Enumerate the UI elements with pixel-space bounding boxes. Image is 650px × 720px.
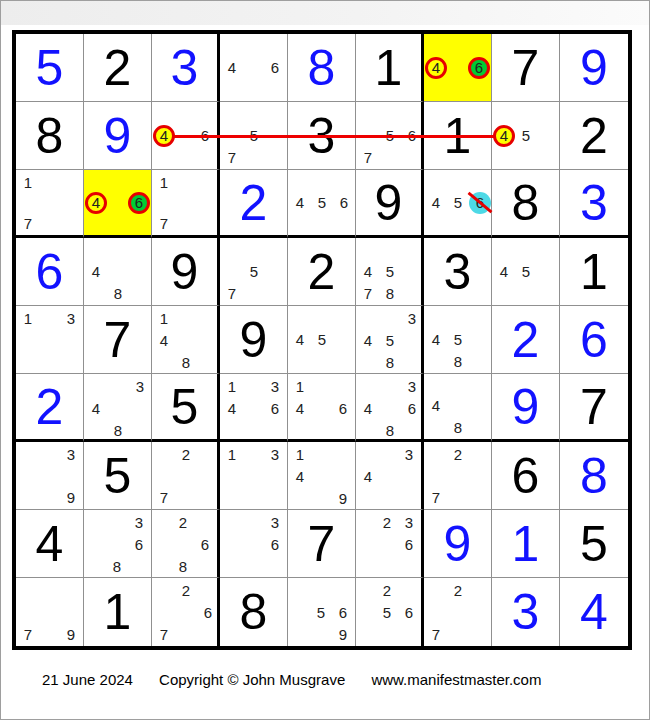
cell-r3c6[interactable]: 9	[356, 170, 424, 238]
cell-r4c6[interactable]: 4578	[356, 238, 424, 306]
candidates: 17	[153, 171, 216, 234]
candidates: 57	[221, 239, 286, 304]
cell-r9c1[interactable]: 79	[16, 578, 84, 646]
solved-digit: 9	[84, 102, 151, 169]
cell-r8c6[interactable]: 236	[356, 510, 424, 578]
candidate-7: 7	[17, 212, 39, 234]
candidate-9: 9	[60, 623, 82, 645]
candidates: 456	[289, 171, 354, 234]
cell-r3c9[interactable]: 3	[560, 170, 628, 238]
candidate-4-circle-yellow: 4	[493, 125, 515, 147]
candidate-6-circle-green: 6	[468, 57, 490, 79]
candidate-4: 4	[289, 397, 311, 419]
cell-r8c8[interactable]: 1	[492, 510, 560, 578]
candidate-5: 5	[515, 125, 537, 147]
solved-digit: 6	[560, 306, 628, 373]
cell-r5c2[interactable]: 7	[84, 306, 152, 374]
candidates: 146	[289, 375, 354, 438]
candidates: 45	[289, 307, 354, 372]
candidate-5: 5	[311, 192, 333, 214]
candidates: 39	[17, 443, 82, 508]
candidate-4: 4	[85, 397, 107, 419]
candidate-9: 9	[332, 487, 354, 509]
candidate-8: 8	[107, 282, 129, 304]
candidates: 3458	[357, 307, 420, 372]
cell-r5c5[interactable]: 45	[288, 306, 356, 374]
cell-r3c8[interactable]: 8	[492, 170, 560, 238]
cell-r4c1[interactable]: 6	[16, 238, 84, 306]
candidates: 148	[153, 307, 216, 372]
cell-r4c2[interactable]: 48	[84, 238, 152, 306]
solved-digit: 3	[492, 578, 559, 646]
given-digit: 9	[356, 170, 421, 235]
cell-r6c7[interactable]: 48	[424, 374, 492, 442]
candidate-4: 4	[357, 397, 379, 419]
cell-r6c8[interactable]: 9	[492, 374, 560, 442]
candidate-6: 6	[264, 533, 286, 555]
solved-digit: 9	[492, 374, 559, 439]
candidate-7: 7	[153, 212, 175, 234]
given-digit: 7	[288, 510, 355, 577]
given-digit: 9	[220, 306, 287, 373]
cell-r1c8[interactable]: 7	[492, 34, 560, 102]
candidate-1: 1	[221, 443, 243, 465]
cell-r8c5[interactable]: 7	[288, 510, 356, 578]
candidate-5: 5	[379, 329, 401, 351]
candidate-6-circle-green: 6	[128, 192, 150, 214]
candidate-4-circle-yellow: 4	[425, 57, 447, 79]
cell-r6c9[interactable]: 7	[560, 374, 628, 442]
cell-r7c9[interactable]: 8	[560, 442, 628, 510]
candidate-4: 4	[289, 329, 311, 351]
given-digit: 1	[84, 578, 151, 646]
candidate-8: 8	[379, 419, 401, 441]
candidates: 3468	[357, 375, 420, 438]
candidates: 27	[425, 579, 490, 645]
cell-r5c3[interactable]: 148	[152, 306, 220, 374]
cell-r9c4[interactable]: 8	[220, 578, 288, 646]
cell-r1c9[interactable]: 9	[560, 34, 628, 102]
candidate-4: 4	[289, 465, 311, 487]
sudoku-board-inner: 5234681467989465735671452174617245694568…	[16, 34, 628, 646]
candidates: 48	[85, 239, 150, 304]
given-digit: 6	[492, 442, 559, 509]
candidate-6: 6	[332, 601, 354, 623]
candidates: 458	[425, 307, 490, 372]
cell-r9c9[interactable]: 4	[560, 578, 628, 646]
given-digit: 2	[288, 238, 355, 305]
cell-r2c1[interactable]: 8	[16, 102, 84, 170]
candidate-5: 5	[243, 260, 265, 282]
given-digit: 1	[560, 238, 628, 305]
candidate-9: 9	[60, 486, 82, 508]
cell-r9c7[interactable]: 27	[424, 578, 492, 646]
candidate-3: 3	[128, 511, 150, 533]
candidates: 1346	[221, 375, 286, 438]
given-digit: 7	[492, 34, 559, 101]
candidates: 4578	[357, 239, 420, 304]
cell-r5c4[interactable]: 9	[220, 306, 288, 374]
cell-r5c1[interactable]: 13	[16, 306, 84, 374]
candidate-4: 4	[493, 261, 515, 283]
solved-digit: 8	[288, 34, 355, 101]
cell-r2c2[interactable]: 9	[84, 102, 152, 170]
given-digit: 5	[84, 442, 151, 509]
given-digit: 4	[16, 510, 83, 577]
cell-r1c1[interactable]: 5	[16, 34, 84, 102]
candidate-5: 5	[376, 601, 398, 623]
given-digit: 9	[152, 238, 217, 305]
candidate-4: 4	[85, 260, 107, 282]
candidate-4: 4	[153, 329, 175, 351]
candidate-4: 4	[357, 329, 379, 351]
candidate-8: 8	[379, 351, 401, 373]
candidates: 456	[425, 171, 490, 234]
candidates: 368	[85, 511, 150, 576]
candidate-4-circle-yellow: 4	[153, 125, 175, 147]
candidates: 17	[17, 171, 82, 234]
cell-r1c2[interactable]: 2	[84, 34, 152, 102]
solved-digit: 2	[492, 306, 559, 373]
candidate-6-circle-cyan-strike: 6	[469, 192, 491, 214]
candidate-3: 3	[401, 307, 423, 329]
candidate-8: 8	[447, 350, 469, 372]
candidate-3: 3	[60, 443, 82, 465]
candidate-2: 2	[447, 443, 469, 465]
candidates: 236	[357, 511, 420, 576]
candidate-1: 1	[153, 307, 175, 329]
candidate-3: 3	[264, 511, 286, 533]
candidate-4: 4	[425, 394, 447, 416]
cell-r6c4[interactable]: 1346	[220, 374, 288, 442]
solved-digit: 1	[492, 510, 559, 577]
candidates: 45	[493, 239, 558, 304]
candidate-4: 4	[425, 192, 447, 214]
chain-link-line	[164, 135, 504, 138]
cell-r7c2[interactable]: 5	[84, 442, 152, 510]
candidate-1: 1	[289, 375, 311, 397]
cell-r6c3[interactable]: 5	[152, 374, 220, 442]
candidates: 348	[85, 375, 150, 438]
candidates: 149	[289, 443, 354, 508]
cell-r9c5[interactable]: 569	[288, 578, 356, 646]
candidates: 13	[221, 443, 286, 508]
candidate-6: 6	[333, 192, 355, 214]
candidate-5: 5	[310, 601, 332, 623]
cell-r5c9[interactable]: 6	[560, 306, 628, 374]
cell-r1c6[interactable]: 1	[356, 34, 424, 102]
footer-date: 21 June 2024	[42, 671, 133, 688]
candidate-3: 3	[60, 307, 82, 329]
cell-r7c5[interactable]: 149	[288, 442, 356, 510]
footer: 21 June 2024 Copyright © John Musgrave w…	[42, 671, 541, 688]
candidate-7: 7	[221, 282, 243, 304]
candidate-4: 4	[221, 57, 243, 79]
cell-r3c7[interactable]: 456	[424, 170, 492, 238]
candidate-6: 6	[264, 397, 286, 419]
cell-r4c9[interactable]: 1	[560, 238, 628, 306]
cell-r7c8[interactable]: 6	[492, 442, 560, 510]
candidate-7: 7	[425, 623, 447, 645]
candidate-8: 8	[447, 416, 469, 438]
given-digit: 2	[84, 34, 151, 101]
cell-r7c4[interactable]: 13	[220, 442, 288, 510]
cell-r8c9[interactable]: 5	[560, 510, 628, 578]
candidate-1: 1	[17, 307, 39, 329]
candidates: 79	[17, 579, 82, 645]
candidate-1: 1	[289, 443, 311, 465]
solved-digit: 8	[560, 442, 628, 509]
candidate-6: 6	[332, 397, 354, 419]
footer-copyright: Copyright © John Musgrave	[159, 671, 345, 688]
candidate-2: 2	[447, 579, 469, 601]
sudoku-board: 5234681467989465735671452174617245694568…	[12, 30, 632, 650]
cell-r7c7[interactable]: 27	[424, 442, 492, 510]
given-digit: 3	[424, 238, 491, 305]
candidate-5: 5	[447, 192, 469, 214]
solved-digit: 2	[220, 170, 287, 235]
candidate-4: 4	[357, 465, 379, 487]
candidates: 34	[357, 443, 420, 508]
candidate-5: 5	[515, 261, 537, 283]
candidates: 46	[425, 35, 490, 100]
cell-r6c1[interactable]: 2	[16, 374, 84, 442]
cell-r9c6[interactable]: 256	[356, 578, 424, 646]
cell-r1c4[interactable]: 46	[220, 34, 288, 102]
solved-digit: 5	[16, 34, 83, 101]
candidate-2: 2	[175, 443, 197, 465]
cell-r5c8[interactable]: 2	[492, 306, 560, 374]
candidate-4: 4	[221, 397, 243, 419]
cell-r3c4[interactable]: 2	[220, 170, 288, 238]
candidate-3: 3	[264, 443, 286, 465]
cell-r3c3[interactable]: 17	[152, 170, 220, 238]
candidate-3: 3	[264, 375, 286, 397]
given-digit: 8	[220, 578, 287, 646]
candidates: 36	[221, 511, 286, 576]
candidate-3: 3	[401, 375, 423, 397]
candidate-1: 1	[17, 171, 39, 193]
candidates: 256	[357, 579, 420, 645]
cell-r3c1[interactable]: 17	[16, 170, 84, 238]
sudoku-grid: 5234681467989465735671452174617245694568…	[16, 34, 628, 646]
candidate-4: 4	[425, 328, 447, 350]
candidate-8: 8	[106, 555, 128, 577]
candidate-3: 3	[398, 511, 420, 533]
candidate-7: 7	[153, 486, 175, 508]
candidate-7: 7	[357, 146, 379, 168]
candidate-7: 7	[425, 486, 447, 508]
cell-r7c6[interactable]: 34	[356, 442, 424, 510]
candidate-4: 4	[289, 192, 311, 214]
candidate-3: 3	[129, 375, 151, 397]
cell-r7c3[interactable]: 27	[152, 442, 220, 510]
solved-digit: 2	[16, 374, 83, 439]
candidates: 45	[493, 103, 558, 168]
candidate-6: 6	[398, 533, 420, 555]
candidate-1: 1	[221, 375, 243, 397]
cell-r8c3[interactable]: 268	[152, 510, 220, 578]
candidate-8: 8	[175, 351, 197, 373]
candidates: 46	[221, 35, 286, 100]
solved-digit: 3	[560, 170, 628, 235]
candidate-6: 6	[197, 601, 219, 623]
candidate-6: 6	[128, 533, 150, 555]
given-digit: 1	[356, 34, 421, 101]
candidate-8: 8	[107, 419, 129, 441]
given-digit: 7	[84, 306, 151, 373]
cell-r1c3[interactable]: 3	[152, 34, 220, 102]
solved-digit: 4	[560, 578, 628, 646]
candidate-4-circle-yellow: 4	[85, 192, 107, 214]
cell-r5c6[interactable]: 3458	[356, 306, 424, 374]
given-digit: 2	[560, 102, 628, 169]
candidate-3: 3	[398, 443, 420, 465]
cell-r8c2[interactable]: 368	[84, 510, 152, 578]
cell-r9c8[interactable]: 3	[492, 578, 560, 646]
cell-r6c6[interactable]: 3468	[356, 374, 424, 442]
cell-r1c5[interactable]: 8	[288, 34, 356, 102]
candidate-2: 2	[376, 579, 398, 601]
candidate-2: 2	[172, 511, 194, 533]
given-digit: 8	[492, 170, 559, 235]
cell-r2c8[interactable]: 45	[492, 102, 560, 170]
candidate-5: 5	[379, 260, 401, 282]
cell-r9c3[interactable]: 267	[152, 578, 220, 646]
candidates: 13	[17, 307, 82, 372]
candidate-2: 2	[175, 579, 197, 601]
cell-r8c1[interactable]: 4	[16, 510, 84, 578]
solved-digit: 6	[16, 238, 83, 305]
cell-r1c7[interactable]: 46	[424, 34, 492, 102]
candidate-6: 6	[264, 57, 286, 79]
candidates: 569	[289, 579, 354, 645]
candidates: 27	[425, 443, 490, 508]
candidate-7: 7	[153, 623, 175, 645]
cell-r3c2[interactable]: 46	[84, 170, 152, 238]
cell-r3c5[interactable]: 456	[288, 170, 356, 238]
candidate-6: 6	[401, 397, 423, 419]
candidate-6: 6	[194, 533, 216, 555]
solved-digit: 9	[560, 34, 628, 101]
footer-website: www.manifestmaster.com	[371, 671, 541, 688]
cell-r4c5[interactable]: 2	[288, 238, 356, 306]
candidate-8: 8	[379, 282, 401, 304]
cell-r6c2[interactable]: 348	[84, 374, 152, 442]
candidates: 267	[153, 579, 216, 645]
solved-digit: 3	[152, 34, 217, 101]
cell-r9c2[interactable]: 1	[84, 578, 152, 646]
solved-digit: 9	[424, 510, 491, 577]
cell-r5c7[interactable]: 458	[424, 306, 492, 374]
candidate-9: 9	[332, 623, 354, 645]
cell-r7c1[interactable]: 39	[16, 442, 84, 510]
candidates: 46	[85, 171, 150, 234]
candidate-7: 7	[357, 282, 379, 304]
cell-r8c4[interactable]: 36	[220, 510, 288, 578]
cell-r4c3[interactable]: 9	[152, 238, 220, 306]
candidate-1: 1	[153, 171, 175, 193]
candidate-4: 4	[357, 260, 379, 282]
candidate-5: 5	[311, 329, 333, 351]
candidate-5: 5	[447, 328, 469, 350]
cell-r6c5[interactable]: 146	[288, 374, 356, 442]
candidates: 27	[153, 443, 216, 508]
cell-r4c8[interactable]: 45	[492, 238, 560, 306]
given-digit: 5	[152, 374, 217, 439]
cell-r4c4[interactable]: 57	[220, 238, 288, 306]
given-digit: 8	[16, 102, 83, 169]
candidate-2: 2	[376, 511, 398, 533]
window-top-strip	[1, 1, 649, 25]
candidate-7: 7	[221, 146, 243, 168]
candidate-8: 8	[172, 555, 194, 577]
given-digit: 7	[560, 374, 628, 439]
cell-r2c9[interactable]: 2	[560, 102, 628, 170]
cell-r8c7[interactable]: 9	[424, 510, 492, 578]
candidate-7: 7	[17, 623, 39, 645]
given-digit: 5	[560, 510, 628, 577]
candidate-6: 6	[398, 601, 420, 623]
cell-r4c7[interactable]: 3	[424, 238, 492, 306]
candidates: 48	[425, 375, 490, 438]
candidates: 268	[153, 511, 216, 576]
